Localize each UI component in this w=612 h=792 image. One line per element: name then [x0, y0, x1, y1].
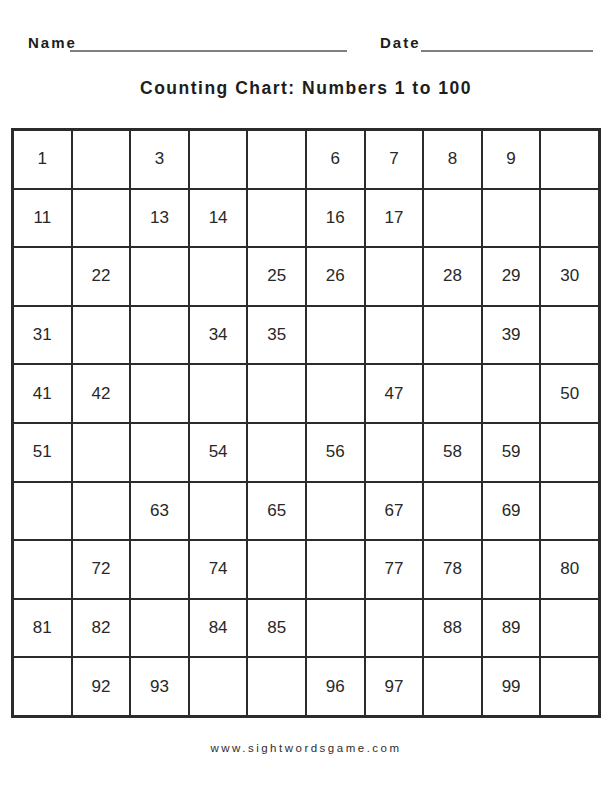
grid-cell-r10c2: 92 [72, 657, 131, 716]
grid-cell-r5c7: 47 [365, 364, 424, 423]
grid-cell-r5c1: 41 [13, 364, 72, 423]
grid-cell-r9c9: 89 [482, 599, 541, 658]
grid-cell-r1c5[interactable] [247, 130, 306, 189]
grid-cell-r8c7: 77 [365, 540, 424, 599]
grid-cell-r3c10: 30 [540, 247, 599, 306]
grid-cell-r9c7[interactable] [365, 599, 424, 658]
grid-cell-r5c3[interactable] [130, 364, 189, 423]
grid-cell-r10c10[interactable] [540, 657, 599, 716]
grid-cell-r3c5: 25 [247, 247, 306, 306]
grid-cell-r1c6: 6 [306, 130, 365, 189]
grid-cell-r1c7: 7 [365, 130, 424, 189]
grid-cell-r3c3[interactable] [130, 247, 189, 306]
grid-cell-r8c1[interactable] [13, 540, 72, 599]
grid-cell-r3c8: 28 [423, 247, 482, 306]
grid-cell-r4c10[interactable] [540, 306, 599, 365]
grid-cell-r6c3[interactable] [130, 423, 189, 482]
grid-cell-r9c1: 81 [13, 599, 72, 658]
grid-cell-r5c6[interactable] [306, 364, 365, 423]
grid-cell-r8c6[interactable] [306, 540, 365, 599]
grid-cell-r9c4: 84 [189, 599, 248, 658]
grid-cell-r2c9[interactable] [482, 189, 541, 248]
grid-cell-r8c9[interactable] [482, 540, 541, 599]
grid-cell-r6c6: 56 [306, 423, 365, 482]
grid-cell-r10c8[interactable] [423, 657, 482, 716]
grid-cell-r3c2: 22 [72, 247, 131, 306]
name-fill-in-line[interactable] [70, 50, 347, 52]
grid-cell-r6c10[interactable] [540, 423, 599, 482]
grid-cell-r7c6[interactable] [306, 482, 365, 541]
grid-cell-r2c8[interactable] [423, 189, 482, 248]
grid-cell-r5c9[interactable] [482, 364, 541, 423]
grid-cell-r9c8: 88 [423, 599, 482, 658]
grid-cell-r7c7: 67 [365, 482, 424, 541]
grid-cell-r4c1: 31 [13, 306, 72, 365]
grid-cell-r1c4[interactable] [189, 130, 248, 189]
grid-cell-r8c8: 78 [423, 540, 482, 599]
grid-cell-r2c5[interactable] [247, 189, 306, 248]
grid-cell-r10c5[interactable] [247, 657, 306, 716]
grid-cell-r6c9: 59 [482, 423, 541, 482]
grid-cell-r1c2[interactable] [72, 130, 131, 189]
grid-cell-r8c4: 74 [189, 540, 248, 599]
grid-cell-r10c9: 99 [482, 657, 541, 716]
grid-cell-r3c6: 26 [306, 247, 365, 306]
grid-cell-r1c10[interactable] [540, 130, 599, 189]
grid-cell-r10c1[interactable] [13, 657, 72, 716]
grid-cell-r3c1[interactable] [13, 247, 72, 306]
counting-grid: 1367891113141617222526282930313435394142… [11, 128, 601, 718]
grid-cell-r10c4[interactable] [189, 657, 248, 716]
grid-cell-r3c4[interactable] [189, 247, 248, 306]
grid-cell-r7c2[interactable] [72, 482, 131, 541]
grid-cell-r4c3[interactable] [130, 306, 189, 365]
worksheet-page: Name Date Counting Chart: Numbers 1 to 1… [0, 0, 612, 792]
grid-cell-r9c6[interactable] [306, 599, 365, 658]
grid-cell-r4c8[interactable] [423, 306, 482, 365]
grid-cell-r6c4: 54 [189, 423, 248, 482]
grid-cell-r7c5: 65 [247, 482, 306, 541]
grid-cell-r1c9: 9 [482, 130, 541, 189]
grid-cell-r2c7: 17 [365, 189, 424, 248]
page-title: Counting Chart: Numbers 1 to 100 [0, 78, 612, 99]
grid-cell-r9c2: 82 [72, 599, 131, 658]
grid-cell-r5c5[interactable] [247, 364, 306, 423]
grid-cell-r2c2[interactable] [72, 189, 131, 248]
grid-cell-r8c3[interactable] [130, 540, 189, 599]
grid-cell-r6c5[interactable] [247, 423, 306, 482]
grid-cell-r4c2[interactable] [72, 306, 131, 365]
grid-cell-r6c2[interactable] [72, 423, 131, 482]
grid-cell-r6c7[interactable] [365, 423, 424, 482]
grid-cell-r7c4[interactable] [189, 482, 248, 541]
date-label: Date [380, 34, 421, 51]
grid-cell-r5c10: 50 [540, 364, 599, 423]
grid-cell-r2c6: 16 [306, 189, 365, 248]
grid-cell-r5c4[interactable] [189, 364, 248, 423]
grid-cell-r3c7[interactable] [365, 247, 424, 306]
grid-cell-r4c6[interactable] [306, 306, 365, 365]
grid-cell-r10c6: 96 [306, 657, 365, 716]
footer-url: www.sightwordsgame.com [0, 742, 612, 754]
grid-cell-r9c3[interactable] [130, 599, 189, 658]
grid-cell-r4c5: 35 [247, 306, 306, 365]
date-fill-in-line[interactable] [421, 50, 593, 52]
grid-cell-r4c7[interactable] [365, 306, 424, 365]
grid-cell-r7c10[interactable] [540, 482, 599, 541]
grid-cell-r10c3: 93 [130, 657, 189, 716]
grid-cell-r4c9: 39 [482, 306, 541, 365]
grid-cell-r8c5[interactable] [247, 540, 306, 599]
grid-cell-r2c1: 11 [13, 189, 72, 248]
grid-cell-r7c3: 63 [130, 482, 189, 541]
grid-cell-r5c8[interactable] [423, 364, 482, 423]
grid-cell-r9c5: 85 [247, 599, 306, 658]
grid-cell-r6c8: 58 [423, 423, 482, 482]
grid-cell-r2c4: 14 [189, 189, 248, 248]
name-label: Name [28, 34, 77, 51]
grid-cell-r7c8[interactable] [423, 482, 482, 541]
grid-cell-r7c1[interactable] [13, 482, 72, 541]
grid-cell-r7c9: 69 [482, 482, 541, 541]
grid-cell-r4c4: 34 [189, 306, 248, 365]
grid-cell-r2c10[interactable] [540, 189, 599, 248]
grid-cell-r2c3: 13 [130, 189, 189, 248]
grid-cell-r8c10: 80 [540, 540, 599, 599]
grid-cell-r6c1: 51 [13, 423, 72, 482]
grid-cell-r3c9: 29 [482, 247, 541, 306]
grid-cell-r1c8: 8 [423, 130, 482, 189]
grid-cell-r1c3: 3 [130, 130, 189, 189]
grid-cell-r5c2: 42 [72, 364, 131, 423]
grid-cell-r8c2: 72 [72, 540, 131, 599]
grid-cell-r9c10[interactable] [540, 599, 599, 658]
grid-cell-r1c1: 1 [13, 130, 72, 189]
grid-cell-r10c7: 97 [365, 657, 424, 716]
